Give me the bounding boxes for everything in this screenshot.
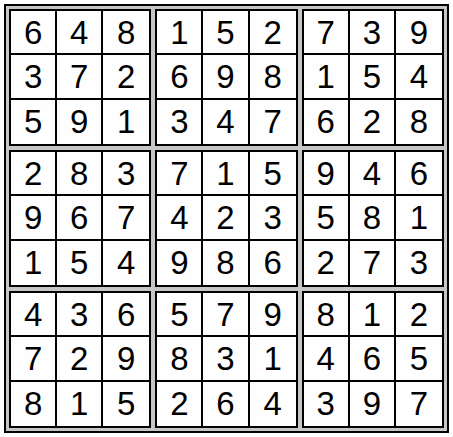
cell-r6c3[interactable]: 4 xyxy=(103,241,149,285)
cell-r9c8[interactable]: 9 xyxy=(350,382,396,426)
cell-r4c7[interactable]: 9 xyxy=(304,152,350,196)
cell-r8c3[interactable]: 9 xyxy=(103,337,149,381)
cell-r3c7[interactable]: 6 xyxy=(304,100,350,144)
cell-r3c9[interactable]: 8 xyxy=(396,100,442,144)
cell-r9c2[interactable]: 1 xyxy=(57,382,103,426)
cell-r7c8[interactable]: 1 xyxy=(350,293,396,337)
cell-r5c4[interactable]: 4 xyxy=(157,196,203,240)
cell-r6c5[interactable]: 8 xyxy=(203,241,249,285)
cell-r4c2[interactable]: 8 xyxy=(57,152,103,196)
cell-r9c7[interactable]: 3 xyxy=(304,382,350,426)
cell-r1c9[interactable]: 9 xyxy=(396,11,442,55)
sudoku-board: 6483725911526983477391546282839671547154… xyxy=(4,4,449,433)
cell-r6c6[interactable]: 6 xyxy=(250,241,296,285)
block-r2c3: 946581273 xyxy=(302,150,444,287)
cell-r6c9[interactable]: 3 xyxy=(396,241,442,285)
cell-r3c8[interactable]: 2 xyxy=(350,100,396,144)
cell-r8c6[interactable]: 1 xyxy=(250,337,296,381)
cell-r9c3[interactable]: 5 xyxy=(103,382,149,426)
cell-r2c3[interactable]: 2 xyxy=(103,55,149,99)
cell-r9c4[interactable]: 2 xyxy=(157,382,203,426)
block-r3c1: 436729815 xyxy=(9,291,151,428)
cell-r9c1[interactable]: 8 xyxy=(11,382,57,426)
cell-r6c7[interactable]: 2 xyxy=(304,241,350,285)
cell-r8c8[interactable]: 6 xyxy=(350,337,396,381)
cell-r7c3[interactable]: 6 xyxy=(103,293,149,337)
cell-r1c3[interactable]: 8 xyxy=(103,11,149,55)
cell-r9c6[interactable]: 4 xyxy=(250,382,296,426)
cell-r2c4[interactable]: 6 xyxy=(157,55,203,99)
block-r1c3: 739154628 xyxy=(302,9,444,146)
cell-r1c7[interactable]: 7 xyxy=(304,11,350,55)
cell-r3c4[interactable]: 3 xyxy=(157,100,203,144)
cell-r2c7[interactable]: 1 xyxy=(304,55,350,99)
cell-r8c5[interactable]: 3 xyxy=(203,337,249,381)
cell-r5c8[interactable]: 8 xyxy=(350,196,396,240)
cell-r9c5[interactable]: 6 xyxy=(203,382,249,426)
cell-r4c8[interactable]: 4 xyxy=(350,152,396,196)
page: 6483725911526983477391546282839671547154… xyxy=(0,0,453,437)
cell-r7c2[interactable]: 3 xyxy=(57,293,103,337)
cell-r1c5[interactable]: 5 xyxy=(203,11,249,55)
block-r3c3: 812465397 xyxy=(302,291,444,428)
cell-r1c6[interactable]: 2 xyxy=(250,11,296,55)
cell-r5c7[interactable]: 5 xyxy=(304,196,350,240)
cell-r6c2[interactable]: 5 xyxy=(57,241,103,285)
cell-r1c4[interactable]: 1 xyxy=(157,11,203,55)
cell-r6c8[interactable]: 7 xyxy=(350,241,396,285)
cell-r8c2[interactable]: 2 xyxy=(57,337,103,381)
cell-r4c3[interactable]: 3 xyxy=(103,152,149,196)
block-r1c1: 648372591 xyxy=(9,9,151,146)
cell-r2c5[interactable]: 9 xyxy=(203,55,249,99)
cell-r8c1[interactable]: 7 xyxy=(11,337,57,381)
cell-r3c3[interactable]: 1 xyxy=(103,100,149,144)
block-r1c2: 152698347 xyxy=(155,9,297,146)
cell-r2c2[interactable]: 7 xyxy=(57,55,103,99)
block-r3c2: 579831264 xyxy=(155,291,297,428)
cell-r7c6[interactable]: 9 xyxy=(250,293,296,337)
cell-r4c9[interactable]: 6 xyxy=(396,152,442,196)
cell-r1c2[interactable]: 4 xyxy=(57,11,103,55)
cell-r8c9[interactable]: 5 xyxy=(396,337,442,381)
cell-r5c5[interactable]: 2 xyxy=(203,196,249,240)
cell-r8c7[interactable]: 4 xyxy=(304,337,350,381)
cell-r4c5[interactable]: 1 xyxy=(203,152,249,196)
cell-r9c9[interactable]: 7 xyxy=(396,382,442,426)
block-r2c1: 283967154 xyxy=(9,150,151,287)
cell-r5c6[interactable]: 3 xyxy=(250,196,296,240)
cell-r4c1[interactable]: 2 xyxy=(11,152,57,196)
cell-r5c9[interactable]: 1 xyxy=(396,196,442,240)
cell-r6c1[interactable]: 1 xyxy=(11,241,57,285)
cell-r2c8[interactable]: 5 xyxy=(350,55,396,99)
cell-r7c7[interactable]: 8 xyxy=(304,293,350,337)
cell-r2c1[interactable]: 3 xyxy=(11,55,57,99)
cell-r7c9[interactable]: 2 xyxy=(396,293,442,337)
cell-r3c6[interactable]: 7 xyxy=(250,100,296,144)
cell-r7c4[interactable]: 5 xyxy=(157,293,203,337)
cell-r3c1[interactable]: 5 xyxy=(11,100,57,144)
cell-r4c6[interactable]: 5 xyxy=(250,152,296,196)
cell-r3c2[interactable]: 9 xyxy=(57,100,103,144)
cell-r3c5[interactable]: 4 xyxy=(203,100,249,144)
cell-r1c8[interactable]: 3 xyxy=(350,11,396,55)
cell-r5c3[interactable]: 7 xyxy=(103,196,149,240)
cell-r8c4[interactable]: 8 xyxy=(157,337,203,381)
block-r2c2: 715423986 xyxy=(155,150,297,287)
cell-r4c4[interactable]: 7 xyxy=(157,152,203,196)
cell-r1c1[interactable]: 6 xyxy=(11,11,57,55)
cell-r7c5[interactable]: 7 xyxy=(203,293,249,337)
cell-r5c1[interactable]: 9 xyxy=(11,196,57,240)
cell-r5c2[interactable]: 6 xyxy=(57,196,103,240)
cell-r6c4[interactable]: 9 xyxy=(157,241,203,285)
cell-r7c1[interactable]: 4 xyxy=(11,293,57,337)
cell-r2c9[interactable]: 4 xyxy=(396,55,442,99)
cell-r2c6[interactable]: 8 xyxy=(250,55,296,99)
